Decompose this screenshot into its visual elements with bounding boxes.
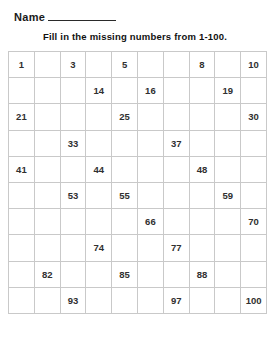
- grid-cell-given: 16: [138, 78, 164, 104]
- grid-cell-blank[interactable]: [9, 288, 35, 314]
- grid-cell-given: 82: [35, 262, 61, 288]
- grid-cell-given: 41: [9, 157, 35, 183]
- grid-cell-blank[interactable]: [138, 288, 164, 314]
- grid-cell-given: 19: [215, 78, 241, 104]
- grid-cell-blank[interactable]: [35, 131, 61, 157]
- grid-cell-given: 21: [9, 104, 35, 130]
- grid-cell-blank[interactable]: [86, 183, 112, 209]
- grid-cell-blank[interactable]: [190, 209, 216, 235]
- grid-cell-blank[interactable]: [215, 235, 241, 261]
- grid-cell-given: 3: [61, 52, 87, 78]
- grid-cell-blank[interactable]: [112, 131, 138, 157]
- grid-cell-given: 77: [164, 235, 190, 261]
- grid-cell-given: 8: [190, 52, 216, 78]
- grid-cell-blank[interactable]: [35, 157, 61, 183]
- grid-cell-blank[interactable]: [164, 157, 190, 183]
- grid-cell-blank[interactable]: [241, 131, 267, 157]
- grid-cell-blank[interactable]: [215, 262, 241, 288]
- grid-cell-blank[interactable]: [190, 78, 216, 104]
- grid-cell-blank[interactable]: [215, 104, 241, 130]
- grid-cell-blank[interactable]: [35, 78, 61, 104]
- grid-cell-given: 55: [112, 183, 138, 209]
- grid-cell-blank[interactable]: [215, 209, 241, 235]
- grid-cell-given: 59: [215, 183, 241, 209]
- grid-cell-blank[interactable]: [164, 262, 190, 288]
- grid-cell-blank[interactable]: [138, 235, 164, 261]
- grid-cell-given: 37: [164, 131, 190, 157]
- grid-cell-given: 85: [112, 262, 138, 288]
- grid-cell-blank[interactable]: [9, 131, 35, 157]
- grid-cell-given: 14: [86, 78, 112, 104]
- grid-cell-given: 30: [241, 104, 267, 130]
- grid-cell-given: 97: [164, 288, 190, 314]
- grid-cell-blank[interactable]: [215, 157, 241, 183]
- grid-cell-blank[interactable]: [241, 262, 267, 288]
- grid-cell-blank[interactable]: [215, 131, 241, 157]
- grid-cell-blank[interactable]: [61, 235, 87, 261]
- grid-cell-blank[interactable]: [35, 235, 61, 261]
- grid-cell-blank[interactable]: [35, 209, 61, 235]
- grid-cell-given: 48: [190, 157, 216, 183]
- grid-cell-blank[interactable]: [241, 183, 267, 209]
- grid-cell-blank[interactable]: [112, 235, 138, 261]
- grid-cell-blank[interactable]: [9, 183, 35, 209]
- grid-cell-blank[interactable]: [190, 288, 216, 314]
- grid-cell-blank[interactable]: [112, 209, 138, 235]
- grid-cell-blank[interactable]: [61, 262, 87, 288]
- grid-cell-blank[interactable]: [164, 104, 190, 130]
- grid-cell-blank[interactable]: [138, 104, 164, 130]
- grid-cell-blank[interactable]: [35, 104, 61, 130]
- grid-cell-blank[interactable]: [9, 78, 35, 104]
- grid-cell-blank[interactable]: [138, 52, 164, 78]
- worksheet-title: Fill in the missing numbers from 1-100.: [0, 31, 270, 42]
- grid-cell-given: 88: [190, 262, 216, 288]
- grid-cell-blank[interactable]: [190, 235, 216, 261]
- grid-cell-blank[interactable]: [112, 157, 138, 183]
- grid-cell-blank[interactable]: [190, 183, 216, 209]
- grid-cell-given: 70: [241, 209, 267, 235]
- worksheet-page: Name Fill in the missing numbers from 1-…: [0, 0, 270, 350]
- grid-cell-blank[interactable]: [241, 235, 267, 261]
- grid-cell-blank[interactable]: [86, 131, 112, 157]
- grid-cell-blank[interactable]: [241, 157, 267, 183]
- grid-cell-given: 93: [61, 288, 87, 314]
- grid-cell-blank[interactable]: [138, 183, 164, 209]
- grid-cell-blank[interactable]: [164, 183, 190, 209]
- grid-cell-given: 53: [61, 183, 87, 209]
- grid-cell-blank[interactable]: [164, 52, 190, 78]
- grid-cell-given: 33: [61, 131, 87, 157]
- grid-cell-blank[interactable]: [86, 52, 112, 78]
- grid-cell-blank[interactable]: [35, 183, 61, 209]
- grid-cell-blank[interactable]: [61, 78, 87, 104]
- grid-cell-blank[interactable]: [61, 209, 87, 235]
- grid-cell-given: 44: [86, 157, 112, 183]
- grid-cell-blank[interactable]: [112, 288, 138, 314]
- grid-cell-blank[interactable]: [215, 52, 241, 78]
- grid-cell-blank[interactable]: [86, 209, 112, 235]
- number-grid: 1358101416192125303337414448535559667074…: [8, 51, 267, 314]
- grid-cell-blank[interactable]: [86, 288, 112, 314]
- grid-cell-blank[interactable]: [164, 78, 190, 104]
- grid-cell-given: 25: [112, 104, 138, 130]
- grid-cell-given: 74: [86, 235, 112, 261]
- grid-cell-blank[interactable]: [138, 157, 164, 183]
- grid-cell-blank[interactable]: [138, 262, 164, 288]
- name-field-line[interactable]: [48, 9, 116, 21]
- grid-cell-blank[interactable]: [86, 104, 112, 130]
- grid-cell-given: 10: [241, 52, 267, 78]
- grid-cell-given: 66: [138, 209, 164, 235]
- name-row: Name: [14, 9, 116, 23]
- grid-cell-blank[interactable]: [35, 52, 61, 78]
- grid-cell-blank[interactable]: [9, 262, 35, 288]
- grid-cell-blank[interactable]: [35, 288, 61, 314]
- grid-cell-blank[interactable]: [9, 235, 35, 261]
- grid-cell-given: 100: [241, 288, 267, 314]
- grid-cell-blank[interactable]: [86, 262, 112, 288]
- grid-cell-blank[interactable]: [112, 78, 138, 104]
- grid-cell-blank[interactable]: [61, 104, 87, 130]
- grid-cell-blank[interactable]: [61, 157, 87, 183]
- grid-cell-blank[interactable]: [138, 131, 164, 157]
- grid-cell-blank[interactable]: [215, 288, 241, 314]
- grid-cell-given: 5: [112, 52, 138, 78]
- grid-cell-blank[interactable]: [241, 78, 267, 104]
- grid-cell-blank[interactable]: [9, 209, 35, 235]
- name-label: Name: [14, 11, 45, 23]
- grid-cell-given: 1: [9, 52, 35, 78]
- grid-cell-blank[interactable]: [164, 209, 190, 235]
- grid-cell-blank[interactable]: [190, 131, 216, 157]
- grid-cell-blank[interactable]: [190, 104, 216, 130]
